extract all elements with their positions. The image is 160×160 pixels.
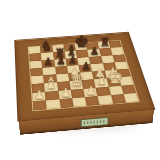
black-rook-piece[interactable]: ♜: [99, 36, 110, 48]
square-d3[interactable]: ♛: [69, 80, 83, 89]
square-h1[interactable]: [123, 93, 138, 103]
white-pawn-piece[interactable]: ♟: [86, 85, 96, 97]
black-pawn-piece[interactable]: ♟: [44, 56, 54, 67]
square-g2[interactable]: [108, 86, 123, 95]
square-c2[interactable]: ♟: [58, 90, 72, 100]
square-a1[interactable]: [33, 100, 47, 110]
square-c6[interactable]: ♟: [54, 59, 67, 67]
square-e2[interactable]: ♟: [83, 88, 97, 97]
brand-nameplate: [81, 117, 109, 127]
black-pawn-piece[interactable]: ♟: [56, 56, 66, 67]
photo-canvas: ♞♚♜♜♝♟♟♟♟♟♞♟♟♝♛♝♚♟♟♟: [0, 0, 160, 160]
square-b1[interactable]: [46, 99, 60, 109]
square-a4[interactable]: [31, 75, 44, 84]
square-a2[interactable]: ♟: [32, 92, 46, 102]
nameplate-engraving: [84, 120, 106, 125]
square-h2[interactable]: [121, 85, 136, 94]
square-f7[interactable]: ♟: [87, 49, 100, 57]
black-pawn-piece[interactable]: ♟: [90, 46, 100, 57]
white-bishop-piece[interactable]: ♝: [44, 75, 58, 91]
chess-board: ♞♚♜♜♝♟♟♟♟♟♞♟♟♝♛♝♚♟♟♟: [28, 40, 140, 111]
chess-box: ♞♚♜♜♝♟♟♟♟♟♞♟♟♝♛♝♚♟♟♟: [15, 32, 154, 120]
box-front-panel: [19, 109, 155, 135]
square-b8[interactable]: ♞: [40, 45, 52, 53]
square-b6[interactable]: ♟: [42, 59, 55, 67]
white-pawn-piece[interactable]: ♟: [60, 87, 71, 99]
square-g1[interactable]: [110, 94, 125, 104]
square-b3[interactable]: ♝: [44, 82, 58, 91]
black-pawn-piece[interactable]: ♟: [68, 55, 78, 66]
scene: ♞♚♜♜♝♟♟♟♟♟♞♟♟♝♛♝♚♟♟♟: [0, 0, 160, 160]
white-king-piece[interactable]: ♚: [107, 68, 123, 86]
white-queen-piece[interactable]: ♛: [69, 72, 84, 89]
white-pawn-piece[interactable]: ♟: [34, 89, 45, 101]
black-knight-piece[interactable]: ♞: [41, 39, 53, 52]
white-bishop-piece[interactable]: ♝: [95, 72, 109, 88]
